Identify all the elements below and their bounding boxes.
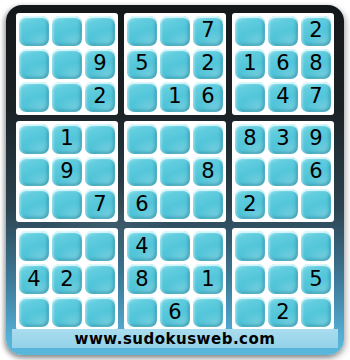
cell-r5c6: 8	[193, 157, 223, 187]
cell-r4c6[interactable]	[193, 124, 223, 154]
cell-r6c8[interactable]	[268, 189, 298, 219]
cell-r1c8[interactable]	[268, 16, 298, 46]
cell-r4c7: 8	[235, 124, 265, 154]
block-8: 4816	[124, 228, 226, 330]
cell-r1c1[interactable]	[19, 16, 49, 46]
cell-r7c1[interactable]	[19, 231, 49, 261]
cell-r6c6[interactable]	[193, 189, 223, 219]
cell-r7c6[interactable]	[193, 231, 223, 261]
cell-r3c5: 1	[160, 82, 190, 112]
cell-r5c7[interactable]	[235, 157, 265, 187]
cell-r8c7[interactable]	[235, 264, 265, 294]
cell-r9c1[interactable]	[19, 297, 49, 327]
cell-r9c5: 6	[160, 297, 190, 327]
cell-r3c4[interactable]	[127, 82, 157, 112]
cell-r2c9: 8	[301, 49, 331, 79]
cell-r2c2[interactable]	[52, 49, 82, 79]
cell-r4c9: 9	[301, 124, 331, 154]
cell-r9c6[interactable]	[193, 297, 223, 327]
cell-r2c3: 9	[85, 49, 115, 79]
cell-r5c8[interactable]	[268, 157, 298, 187]
cell-r4c1[interactable]	[19, 124, 49, 154]
cell-r7c2[interactable]	[52, 231, 82, 261]
cell-r5c2: 9	[52, 157, 82, 187]
cell-r4c3[interactable]	[85, 124, 115, 154]
cell-r9c7[interactable]	[235, 297, 265, 327]
sudoku-card: 9275216216847197868396242481652 www.sudo…	[6, 5, 344, 355]
cell-r2c8: 6	[268, 49, 298, 79]
cell-r2c7: 1	[235, 49, 265, 79]
cell-r5c3[interactable]	[85, 157, 115, 187]
block-4: 197	[16, 121, 118, 223]
cell-r8c3[interactable]	[85, 264, 115, 294]
cell-r8c5[interactable]	[160, 264, 190, 294]
cell-r6c2[interactable]	[52, 189, 82, 219]
cell-r4c5[interactable]	[160, 124, 190, 154]
cell-r7c4: 4	[127, 231, 157, 261]
cell-r6c3: 7	[85, 189, 115, 219]
cell-r1c3[interactable]	[85, 16, 115, 46]
block-6: 83962	[232, 121, 334, 223]
cell-r5c1[interactable]	[19, 157, 49, 187]
cell-r2c6: 2	[193, 49, 223, 79]
cell-r2c4: 5	[127, 49, 157, 79]
cell-r7c5[interactable]	[160, 231, 190, 261]
cell-r4c8: 3	[268, 124, 298, 154]
block-3: 216847	[232, 13, 334, 115]
cell-r8c8[interactable]	[268, 264, 298, 294]
cell-r5c5[interactable]	[160, 157, 190, 187]
cell-r6c9[interactable]	[301, 189, 331, 219]
cell-r7c7[interactable]	[235, 231, 265, 261]
cell-r8c6: 1	[193, 264, 223, 294]
cell-r6c1[interactable]	[19, 189, 49, 219]
cell-r4c2: 1	[52, 124, 82, 154]
site-url-text: www.sudokusweb.com	[75, 330, 276, 348]
cell-r2c1[interactable]	[19, 49, 49, 79]
sudoku-board: 9275216216847197868396242481652	[16, 13, 334, 330]
cell-r6c7: 2	[235, 189, 265, 219]
cell-r1c9: 2	[301, 16, 331, 46]
cell-r3c8: 4	[268, 82, 298, 112]
cell-r3c7[interactable]	[235, 82, 265, 112]
cell-r5c4[interactable]	[127, 157, 157, 187]
cell-r8c2: 2	[52, 264, 82, 294]
cell-r1c6: 7	[193, 16, 223, 46]
block-2: 75216	[124, 13, 226, 115]
cell-r7c9[interactable]	[301, 231, 331, 261]
block-5: 86	[124, 121, 226, 223]
cell-r7c8[interactable]	[268, 231, 298, 261]
block-7: 42	[16, 228, 118, 330]
cell-r1c4[interactable]	[127, 16, 157, 46]
cell-r8c4: 8	[127, 264, 157, 294]
cell-r5c9: 6	[301, 157, 331, 187]
cell-r6c4: 6	[127, 189, 157, 219]
cell-r9c3[interactable]	[85, 297, 115, 327]
cell-r9c4[interactable]	[127, 297, 157, 327]
block-1: 92	[16, 13, 118, 115]
block-9: 52	[232, 228, 334, 330]
cell-r7c3[interactable]	[85, 231, 115, 261]
cell-r3c1[interactable]	[19, 82, 49, 112]
cell-r3c6: 6	[193, 82, 223, 112]
cell-r9c8: 2	[268, 297, 298, 327]
cell-r3c9: 7	[301, 82, 331, 112]
cell-r1c5[interactable]	[160, 16, 190, 46]
cell-r6c5[interactable]	[160, 189, 190, 219]
cell-r2c5[interactable]	[160, 49, 190, 79]
cell-r8c1: 4	[19, 264, 49, 294]
cell-r8c9: 5	[301, 264, 331, 294]
cell-r9c9[interactable]	[301, 297, 331, 327]
cell-r3c2[interactable]	[52, 82, 82, 112]
cell-r1c2[interactable]	[52, 16, 82, 46]
cell-r3c3: 2	[85, 82, 115, 112]
cell-r9c2[interactable]	[52, 297, 82, 327]
cell-r1c7[interactable]	[235, 16, 265, 46]
cell-r4c4[interactable]	[127, 124, 157, 154]
footer-bar: www.sudokusweb.com	[12, 329, 338, 348]
